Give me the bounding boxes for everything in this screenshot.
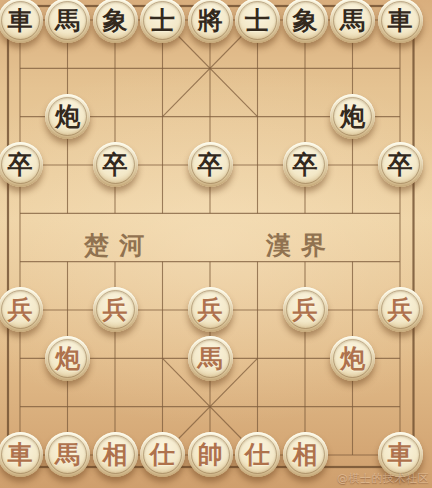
xiangqi-board[interactable]: 楚河 漢界 車馬象士將士象馬車炮炮卒卒卒卒卒兵兵兵兵兵炮馬炮車馬相仕帥仕相車 @… (0, 0, 432, 488)
piece-glyph: 車 (8, 8, 33, 33)
piece-glyph: 炮 (340, 346, 365, 371)
piece-glyph: 將 (198, 8, 223, 33)
piece-glyph: 車 (8, 442, 33, 467)
river-label-chu-river: 楚河 (84, 229, 154, 262)
piece-black-soldier[interactable]: 卒 (93, 142, 138, 187)
piece-glyph: 馬 (340, 8, 365, 33)
piece-glyph: 卒 (8, 152, 33, 177)
piece-glyph: 兵 (388, 297, 413, 322)
piece-black-horse[interactable]: 馬 (45, 0, 90, 43)
piece-red-cannon[interactable]: 炮 (330, 336, 375, 381)
piece-black-soldier[interactable]: 卒 (378, 142, 423, 187)
piece-glyph: 炮 (55, 346, 80, 371)
piece-red-soldier[interactable]: 兵 (188, 287, 233, 332)
piece-glyph: 仕 (245, 442, 270, 467)
piece-glyph: 象 (103, 8, 128, 33)
piece-glyph: 兵 (103, 297, 128, 322)
piece-black-soldier[interactable]: 卒 (188, 142, 233, 187)
piece-red-horse[interactable]: 馬 (188, 336, 233, 381)
piece-glyph: 象 (293, 8, 318, 33)
piece-glyph: 炮 (55, 104, 80, 129)
piece-glyph: 帥 (198, 442, 223, 467)
piece-red-elephant[interactable]: 相 (93, 432, 138, 477)
piece-black-chariot[interactable]: 車 (0, 0, 43, 43)
piece-red-elephant[interactable]: 相 (283, 432, 328, 477)
piece-black-advisor[interactable]: 士 (235, 0, 280, 43)
piece-glyph: 兵 (293, 297, 318, 322)
watermark: @棋士的技术社区 (337, 471, 429, 486)
piece-glyph: 卒 (103, 152, 128, 177)
piece-black-elephant[interactable]: 象 (283, 0, 328, 43)
piece-glyph: 相 (103, 442, 128, 467)
piece-black-chariot[interactable]: 車 (378, 0, 423, 43)
piece-glyph: 卒 (388, 152, 413, 177)
piece-glyph: 車 (388, 442, 413, 467)
piece-glyph: 馬 (55, 8, 80, 33)
piece-glyph: 相 (293, 442, 318, 467)
piece-glyph: 兵 (198, 297, 223, 322)
piece-red-soldier[interactable]: 兵 (93, 287, 138, 332)
river-label-han-border: 漢界 (266, 229, 336, 262)
piece-red-general[interactable]: 帥 (188, 432, 233, 477)
piece-black-advisor[interactable]: 士 (140, 0, 185, 43)
piece-glyph: 仕 (150, 442, 175, 467)
piece-glyph: 卒 (198, 152, 223, 177)
piece-glyph: 馬 (55, 442, 80, 467)
piece-black-horse[interactable]: 馬 (330, 0, 375, 43)
piece-black-soldier[interactable]: 卒 (283, 142, 328, 187)
piece-glyph: 士 (245, 8, 270, 33)
piece-glyph: 炮 (340, 104, 365, 129)
piece-glyph: 車 (388, 8, 413, 33)
piece-glyph: 士 (150, 8, 175, 33)
piece-black-cannon[interactable]: 炮 (45, 94, 90, 139)
piece-black-elephant[interactable]: 象 (93, 0, 138, 43)
board-grid-lines (0, 0, 432, 488)
piece-glyph: 兵 (8, 297, 33, 322)
piece-glyph: 卒 (293, 152, 318, 177)
piece-red-soldier[interactable]: 兵 (378, 287, 423, 332)
piece-black-general[interactable]: 將 (188, 0, 233, 43)
piece-red-soldier[interactable]: 兵 (283, 287, 328, 332)
piece-black-cannon[interactable]: 炮 (330, 94, 375, 139)
piece-glyph: 馬 (198, 346, 223, 371)
piece-red-cannon[interactable]: 炮 (45, 336, 90, 381)
